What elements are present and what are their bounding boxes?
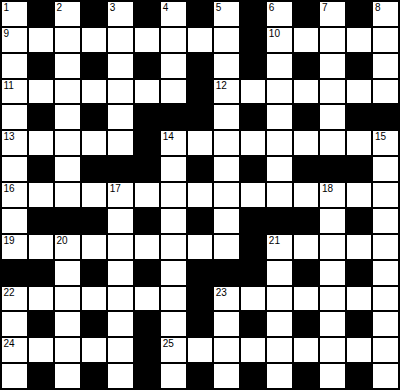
- clue-number: 8: [375, 2, 381, 13]
- cell-r2c6[interactable]: [134, 27, 161, 53]
- black-cell-r1c10: [240, 1, 267, 27]
- cell-r4c12[interactable]: [293, 79, 320, 105]
- black-cell-r15c10: [240, 363, 267, 389]
- cell-r6c13[interactable]: [319, 130, 346, 156]
- cell-r2c14[interactable]: [346, 27, 373, 53]
- cell-r4c11[interactable]: [266, 79, 293, 105]
- cell-r14c3[interactable]: [54, 337, 81, 363]
- cell-r1c1[interactable]: 1: [1, 1, 28, 27]
- cell-r8c4[interactable]: [81, 182, 108, 208]
- cell-r4c15[interactable]: [372, 79, 399, 105]
- black-cell-r10c10: [240, 234, 267, 260]
- cell-r12c2[interactable]: [28, 286, 55, 312]
- black-cell-r3c8: [187, 53, 214, 79]
- clue-number: 9: [4, 28, 10, 39]
- cell-r14c5[interactable]: [107, 337, 134, 363]
- black-cell-r1c2: [28, 1, 55, 27]
- cell-r9c9[interactable]: [213, 208, 240, 234]
- black-cell-r11c6: [134, 260, 161, 286]
- cell-r2c1[interactable]: 9: [1, 27, 28, 53]
- clue-number: 18: [322, 183, 333, 194]
- black-cell-r11c8: [187, 260, 214, 286]
- clue-number: 21: [269, 235, 280, 246]
- black-cell-r7c10: [240, 156, 267, 182]
- cell-r11c15[interactable]: [372, 260, 399, 286]
- clue-number: 12: [216, 80, 227, 91]
- cell-r9c5[interactable]: [107, 208, 134, 234]
- cell-r7c3[interactable]: [54, 156, 81, 182]
- cell-r7c11[interactable]: [266, 156, 293, 182]
- cell-r12c6[interactable]: [134, 286, 161, 312]
- cell-r8c8[interactable]: [187, 182, 214, 208]
- black-cell-r11c1: [1, 260, 28, 286]
- black-cell-r2c10: [240, 27, 267, 53]
- black-cell-r7c12: [293, 156, 320, 182]
- black-cell-r1c4: [81, 1, 108, 27]
- cell-r8c1[interactable]: 16: [1, 182, 28, 208]
- clue-number: 2: [57, 2, 63, 13]
- cell-r12c13[interactable]: [319, 286, 346, 312]
- cell-r11c11[interactable]: [266, 260, 293, 286]
- black-cell-r9c8: [187, 208, 214, 234]
- cell-r14c9[interactable]: [213, 337, 240, 363]
- cell-r10c7[interactable]: [160, 234, 187, 260]
- cell-r10c1[interactable]: 19: [1, 234, 28, 260]
- cell-r12c10[interactable]: [240, 286, 267, 312]
- cell-r10c8[interactable]: [187, 234, 214, 260]
- cell-r7c15[interactable]: [372, 156, 399, 182]
- cell-r8c5[interactable]: 17: [107, 182, 134, 208]
- black-cell-r3c6: [134, 53, 161, 79]
- cell-r3c7[interactable]: [160, 53, 187, 79]
- cell-r14c12[interactable]: [293, 337, 320, 363]
- black-cell-r7c13: [319, 156, 346, 182]
- clue-number: 14: [163, 131, 174, 142]
- cell-r8c13[interactable]: 18: [319, 182, 346, 208]
- clue-number: 5: [216, 2, 222, 13]
- black-cell-r5c10: [240, 104, 267, 130]
- black-cell-r6c6: [134, 130, 161, 156]
- cell-r2c13[interactable]: [319, 27, 346, 53]
- clue-number: 20: [57, 235, 68, 246]
- cell-r8c15[interactable]: [372, 182, 399, 208]
- black-cell-r13c12: [293, 311, 320, 337]
- cell-r10c3[interactable]: 20: [54, 234, 81, 260]
- cell-r15c5[interactable]: [107, 363, 134, 389]
- cell-r3c13[interactable]: [319, 53, 346, 79]
- cell-r4c7[interactable]: [160, 79, 187, 105]
- cell-r12c14[interactable]: [346, 286, 373, 312]
- black-cell-r9c11: [266, 208, 293, 234]
- crossword-board: 1234567891011121314151617181920212223242…: [0, 0, 400, 390]
- black-cell-r13c14: [346, 311, 373, 337]
- black-cell-r11c14: [346, 260, 373, 286]
- black-cell-r3c4: [81, 53, 108, 79]
- cell-r14c4[interactable]: [81, 337, 108, 363]
- black-cell-r5c7: [160, 104, 187, 130]
- cell-r12c15[interactable]: [372, 286, 399, 312]
- clue-number: 17: [110, 183, 121, 194]
- cell-r1c11[interactable]: 6: [266, 1, 293, 27]
- black-cell-r5c15: [372, 104, 399, 130]
- black-cell-r5c14: [346, 104, 373, 130]
- black-cell-r15c14: [346, 363, 373, 389]
- cell-r3c11[interactable]: [266, 53, 293, 79]
- cell-r11c13[interactable]: [319, 260, 346, 286]
- cell-r4c6[interactable]: [134, 79, 161, 105]
- cell-r5c1[interactable]: [1, 104, 28, 130]
- cell-r6c14[interactable]: [346, 130, 373, 156]
- cell-r15c7[interactable]: [160, 363, 187, 389]
- cell-r8c12[interactable]: [293, 182, 320, 208]
- black-cell-r5c6: [134, 104, 161, 130]
- cell-r7c7[interactable]: [160, 156, 187, 182]
- cell-r4c10[interactable]: [240, 79, 267, 105]
- cell-r6c8[interactable]: [187, 130, 214, 156]
- black-cell-r5c12: [293, 104, 320, 130]
- cell-r11c3[interactable]: [54, 260, 81, 286]
- cell-r12c12[interactable]: [293, 286, 320, 312]
- cell-r6c4[interactable]: [81, 130, 108, 156]
- clue-number: 13: [4, 131, 15, 142]
- cell-r12c3[interactable]: [54, 286, 81, 312]
- cell-r13c15[interactable]: [372, 311, 399, 337]
- cell-r10c4[interactable]: [81, 234, 108, 260]
- cell-r12c1[interactable]: 22: [1, 286, 28, 312]
- cell-r8c2[interactable]: [28, 182, 55, 208]
- black-cell-r13c4: [81, 311, 108, 337]
- cell-r8c9[interactable]: [213, 182, 240, 208]
- cell-r2c9[interactable]: [213, 27, 240, 53]
- cell-r14c15[interactable]: [372, 337, 399, 363]
- cell-r6c9[interactable]: [213, 130, 240, 156]
- black-cell-r9c6: [134, 208, 161, 234]
- cell-r4c13[interactable]: [319, 79, 346, 105]
- black-cell-r9c4: [81, 208, 108, 234]
- cell-r6c15[interactable]: 15: [372, 130, 399, 156]
- cell-r3c9[interactable]: [213, 53, 240, 79]
- cell-r8c14[interactable]: [346, 182, 373, 208]
- cell-r6c3[interactable]: [54, 130, 81, 156]
- cell-r13c3[interactable]: [54, 311, 81, 337]
- cell-r4c3[interactable]: [54, 79, 81, 105]
- cell-r7c9[interactable]: [213, 156, 240, 182]
- cell-r2c5[interactable]: [107, 27, 134, 53]
- clue-number: 1: [4, 2, 10, 13]
- clue-number: 22: [4, 287, 15, 298]
- black-cell-r15c12: [293, 363, 320, 389]
- cell-r1c15[interactable]: 8: [372, 1, 399, 27]
- black-cell-r14c6: [134, 337, 161, 363]
- cell-r4c5[interactable]: [107, 79, 134, 105]
- cell-r12c7[interactable]: [160, 286, 187, 312]
- black-cell-r3c2: [28, 53, 55, 79]
- cell-r10c2[interactable]: [28, 234, 55, 260]
- cell-r4c9[interactable]: 12: [213, 79, 240, 105]
- cell-r15c13[interactable]: [319, 363, 346, 389]
- cell-r10c14[interactable]: [346, 234, 373, 260]
- cell-r11c5[interactable]: [107, 260, 134, 286]
- cell-r12c4[interactable]: [81, 286, 108, 312]
- cell-r2c8[interactable]: [187, 27, 214, 53]
- cell-r14c2[interactable]: [28, 337, 55, 363]
- cell-r3c5[interactable]: [107, 53, 134, 79]
- cell-r14c14[interactable]: [346, 337, 373, 363]
- cell-r6c7[interactable]: 14: [160, 130, 187, 156]
- black-cell-r13c6: [134, 311, 161, 337]
- cell-r13c11[interactable]: [266, 311, 293, 337]
- cell-r14c13[interactable]: [319, 337, 346, 363]
- black-cell-r4c8: [187, 79, 214, 105]
- black-cell-r7c4: [81, 156, 108, 182]
- black-cell-r1c6: [134, 1, 161, 27]
- cell-r1c3[interactable]: 2: [54, 1, 81, 27]
- clue-number: 19: [4, 235, 15, 246]
- black-cell-r15c2: [28, 363, 55, 389]
- cell-r13c1[interactable]: [1, 311, 28, 337]
- cell-r10c13[interactable]: [319, 234, 346, 260]
- cell-r4c2[interactable]: [28, 79, 55, 105]
- clue-number: 6: [269, 2, 275, 13]
- clue-number: 25: [163, 338, 174, 349]
- black-cell-r11c4: [81, 260, 108, 286]
- cell-r14c7[interactable]: 25: [160, 337, 187, 363]
- cell-r10c12[interactable]: [293, 234, 320, 260]
- cell-r14c1[interactable]: 24: [1, 337, 28, 363]
- cell-r10c15[interactable]: [372, 234, 399, 260]
- black-cell-r1c14: [346, 1, 373, 27]
- black-cell-r1c12: [293, 1, 320, 27]
- cell-r13c7[interactable]: [160, 311, 187, 337]
- cell-r13c13[interactable]: [319, 311, 346, 337]
- cell-r3c1[interactable]: [1, 53, 28, 79]
- black-cell-r7c5: [107, 156, 134, 182]
- black-cell-r11c9: [213, 260, 240, 286]
- black-cell-r5c4: [81, 104, 108, 130]
- cell-r8c11[interactable]: [266, 182, 293, 208]
- black-cell-r3c14: [346, 53, 373, 79]
- cell-r2c11[interactable]: 10: [266, 27, 293, 53]
- cell-r6c2[interactable]: [28, 130, 55, 156]
- black-cell-r15c6: [134, 363, 161, 389]
- black-cell-r7c2: [28, 156, 55, 182]
- cell-r2c3[interactable]: [54, 27, 81, 53]
- cell-r6c11[interactable]: [266, 130, 293, 156]
- black-cell-r9c3: [54, 208, 81, 234]
- cell-r15c3[interactable]: [54, 363, 81, 389]
- cell-r15c9[interactable]: [213, 363, 240, 389]
- cell-r2c2[interactable]: [28, 27, 55, 53]
- cell-r15c11[interactable]: [266, 363, 293, 389]
- black-cell-r9c14: [346, 208, 373, 234]
- cell-r10c11[interactable]: 21: [266, 234, 293, 260]
- black-cell-r9c10: [240, 208, 267, 234]
- black-cell-r11c10: [240, 260, 267, 286]
- black-cell-r13c10: [240, 311, 267, 337]
- clue-number: 3: [110, 2, 116, 13]
- cell-r10c6[interactable]: [134, 234, 161, 260]
- cell-r2c12[interactable]: [293, 27, 320, 53]
- cell-r14c10[interactable]: [240, 337, 267, 363]
- cell-r6c5[interactable]: [107, 130, 134, 156]
- cell-r5c5[interactable]: [107, 104, 134, 130]
- black-cell-r11c2: [28, 260, 55, 286]
- cell-r12c5[interactable]: [107, 286, 134, 312]
- cell-r8c6[interactable]: [134, 182, 161, 208]
- black-cell-r15c8: [187, 363, 214, 389]
- cell-r2c15[interactable]: [372, 27, 399, 53]
- black-cell-r13c8: [187, 311, 214, 337]
- black-cell-r7c6: [134, 156, 161, 182]
- cell-r5c13[interactable]: [319, 104, 346, 130]
- clue-number: 7: [322, 2, 328, 13]
- cell-r4c14[interactable]: [346, 79, 373, 105]
- cell-r9c1[interactable]: [1, 208, 28, 234]
- cell-r1c9[interactable]: 5: [213, 1, 240, 27]
- cell-r2c7[interactable]: [160, 27, 187, 53]
- cell-r1c13[interactable]: 7: [319, 1, 346, 27]
- cell-r9c13[interactable]: [319, 208, 346, 234]
- cell-r10c5[interactable]: [107, 234, 134, 260]
- black-cell-r7c14: [346, 156, 373, 182]
- cell-r2c4[interactable]: [81, 27, 108, 53]
- black-cell-r7c8: [187, 156, 214, 182]
- cell-r13c5[interactable]: [107, 311, 134, 337]
- cell-r6c10[interactable]: [240, 130, 267, 156]
- clue-number: 10: [269, 28, 280, 39]
- cell-r1c5[interactable]: 3: [107, 1, 134, 27]
- cell-r14c8[interactable]: [187, 337, 214, 363]
- cell-r7c1[interactable]: [1, 156, 28, 182]
- cell-r13c9[interactable]: [213, 311, 240, 337]
- black-cell-r12c8: [187, 286, 214, 312]
- clue-number: 23: [216, 287, 227, 298]
- clue-number: 15: [375, 131, 386, 142]
- cell-r10c9[interactable]: [213, 234, 240, 260]
- cell-r14c11[interactable]: [266, 337, 293, 363]
- cell-r3c15[interactable]: [372, 53, 399, 79]
- clue-number: 24: [4, 338, 15, 349]
- cell-r8c3[interactable]: [54, 182, 81, 208]
- black-cell-r9c2: [28, 208, 55, 234]
- black-cell-r13c2: [28, 311, 55, 337]
- black-cell-r11c12: [293, 260, 320, 286]
- cell-r5c9[interactable]: [213, 104, 240, 130]
- black-cell-r3c10: [240, 53, 267, 79]
- cell-r12c9[interactable]: 23: [213, 286, 240, 312]
- clue-number: 11: [4, 80, 14, 91]
- cell-r12c11[interactable]: [266, 286, 293, 312]
- cell-r5c11[interactable]: [266, 104, 293, 130]
- cell-r4c4[interactable]: [81, 79, 108, 105]
- cell-r11c7[interactable]: [160, 260, 187, 286]
- black-cell-r5c2: [28, 104, 55, 130]
- black-cell-r9c12: [293, 208, 320, 234]
- clue-number: 16: [4, 183, 15, 194]
- cell-r4c1[interactable]: 11: [1, 79, 28, 105]
- black-cell-r1c8: [187, 1, 214, 27]
- cell-r9c15[interactable]: [372, 208, 399, 234]
- cell-r6c1[interactable]: 13: [1, 130, 28, 156]
- cell-r3c3[interactable]: [54, 53, 81, 79]
- black-cell-r15c4: [81, 363, 108, 389]
- clue-number: 4: [163, 2, 169, 13]
- cell-r1c7[interactable]: 4: [160, 1, 187, 27]
- cell-r8c7[interactable]: [160, 182, 187, 208]
- cell-r15c15[interactable]: [372, 363, 399, 389]
- black-cell-r5c8: [187, 104, 214, 130]
- cell-r5c3[interactable]: [54, 104, 81, 130]
- cell-r6c12[interactable]: [293, 130, 320, 156]
- cell-r9c7[interactable]: [160, 208, 187, 234]
- cell-r15c1[interactable]: [1, 363, 28, 389]
- black-cell-r3c12: [293, 53, 320, 79]
- cell-r8c10[interactable]: [240, 182, 267, 208]
